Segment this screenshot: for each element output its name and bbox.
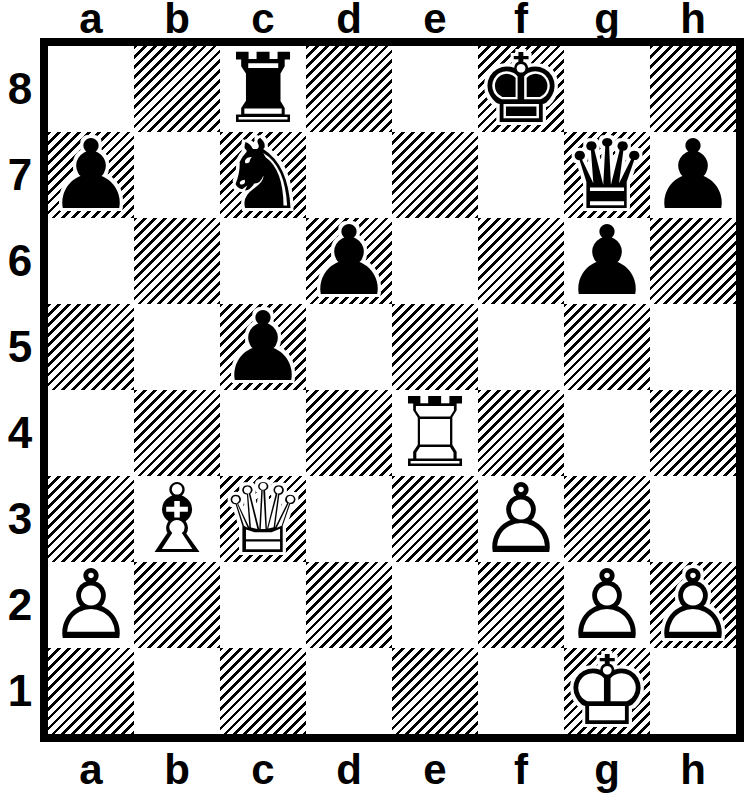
rank-label-5: 5 [0,304,40,390]
rank-label-3: 3 [0,476,40,562]
file-labels-top: abcdefgh [48,0,736,38]
square-g8[interactable] [564,46,650,132]
black-knight: ♞ [220,132,306,218]
square-f7[interactable] [478,132,564,218]
square-e1[interactable] [392,648,478,734]
square-e7[interactable] [392,132,478,218]
square-h8[interactable] [650,46,736,132]
white-pawn: ♙ [564,562,650,648]
rank-label-8: 8 [0,46,40,132]
white-pawn-fill: ♟ [650,562,736,648]
square-e3[interactable] [392,476,478,562]
file-label-bottom-b: b [134,744,220,796]
square-g6[interactable]: ♟♟ [564,218,650,304]
white-bishop-fill: ♝ [134,476,220,562]
black-pawn: ♟ [564,218,650,304]
square-b4[interactable] [134,390,220,476]
square-d3[interactable] [306,476,392,562]
square-a6[interactable] [48,218,134,304]
square-h1[interactable] [650,648,736,734]
square-a1[interactable] [48,648,134,734]
black-king-fill: ♚ [478,46,564,132]
rank-labels-left: 87654321 [0,46,40,734]
file-label-bottom-a: a [48,744,134,796]
square-d5[interactable] [306,304,392,390]
file-label-bottom-g: g [564,744,650,796]
white-pawn: ♙ [48,562,134,648]
black-pawn: ♟ [306,218,392,304]
square-e5[interactable] [392,304,478,390]
file-label-bottom-h: h [650,744,736,796]
square-e8[interactable] [392,46,478,132]
square-f1[interactable] [478,648,564,734]
file-label-top-c: c [220,0,306,38]
white-rook: ♖ [392,390,478,476]
file-label-bottom-d: d [306,744,392,796]
square-h6[interactable] [650,218,736,304]
square-b6[interactable] [134,218,220,304]
square-h3[interactable] [650,476,736,562]
file-label-top-g: g [564,0,650,38]
square-g1[interactable]: ♚♔ [564,648,650,734]
square-b1[interactable] [134,648,220,734]
square-b5[interactable] [134,304,220,390]
black-pawn-fill: ♟ [220,304,306,390]
square-f8[interactable]: ♚♚ [478,46,564,132]
square-f3[interactable]: ♟♙ [478,476,564,562]
white-pawn-fill: ♟ [48,562,134,648]
black-pawn-fill: ♟ [650,132,736,218]
square-h5[interactable] [650,304,736,390]
square-e6[interactable] [392,218,478,304]
square-a5[interactable] [48,304,134,390]
square-c5[interactable]: ♟♟ [220,304,306,390]
black-pawn: ♟ [650,132,736,218]
black-pawn-fill: ♟ [306,218,392,304]
file-label-top-b: b [134,0,220,38]
white-pawn: ♙ [478,476,564,562]
rank-label-1: 1 [0,648,40,734]
white-pawn-fill: ♟ [478,476,564,562]
file-label-bottom-f: f [478,744,564,796]
file-label-top-f: f [478,0,564,38]
white-queen-fill: ♛ [220,476,306,562]
white-king-fill: ♚ [564,648,650,734]
square-c8[interactable]: ♜♜ [220,46,306,132]
square-f2[interactable] [478,562,564,648]
file-labels-bottom: abcdefgh [48,744,736,796]
white-bishop: ♗ [134,476,220,562]
white-pawn-fill: ♟ [564,562,650,648]
square-d1[interactable] [306,648,392,734]
black-queen-fill: ♛ [564,132,650,218]
file-label-top-d: d [306,0,392,38]
square-f4[interactable] [478,390,564,476]
square-d7[interactable] [306,132,392,218]
file-label-top-h: h [650,0,736,38]
square-g3[interactable] [564,476,650,562]
chess-diagram-page: abcdefgh 87654321 ♜♜♚♚♟♟♞♞♛♛♟♟♟♟♟♟♟♟♜♖♝♗… [0,0,754,799]
rank-label-4: 4 [0,390,40,476]
square-e2[interactable] [392,562,478,648]
square-a7[interactable]: ♟♟ [48,132,134,218]
square-a3[interactable] [48,476,134,562]
square-c3[interactable]: ♛♕ [220,476,306,562]
square-d4[interactable] [306,390,392,476]
rank-label-7: 7 [0,132,40,218]
black-rook: ♜ [220,46,306,132]
square-c7[interactable]: ♞♞ [220,132,306,218]
black-knight-fill: ♞ [220,132,306,218]
square-b2[interactable] [134,562,220,648]
square-c4[interactable] [220,390,306,476]
file-label-top-e: e [392,0,478,38]
square-d8[interactable] [306,46,392,132]
white-rook-fill: ♜ [392,390,478,476]
square-b8[interactable] [134,46,220,132]
square-h2[interactable]: ♟♙ [650,562,736,648]
square-g4[interactable] [564,390,650,476]
white-queen: ♕ [220,476,306,562]
black-pawn: ♟ [220,304,306,390]
square-b3[interactable]: ♝♗ [134,476,220,562]
black-queen: ♛ [564,132,650,218]
square-a8[interactable] [48,46,134,132]
square-e4[interactable]: ♜♖ [392,390,478,476]
black-pawn: ♟ [48,132,134,218]
square-d6[interactable]: ♟♟ [306,218,392,304]
black-pawn-fill: ♟ [48,132,134,218]
square-d2[interactable] [306,562,392,648]
square-c1[interactable] [220,648,306,734]
black-pawn-fill: ♟ [564,218,650,304]
square-c6[interactable] [220,218,306,304]
square-g7[interactable]: ♛♛ [564,132,650,218]
black-king: ♚ [478,46,564,132]
rank-label-2: 2 [0,562,40,648]
square-c2[interactable] [220,562,306,648]
black-rook-fill: ♜ [220,46,306,132]
file-label-bottom-e: e [392,744,478,796]
file-label-bottom-c: c [220,744,306,796]
square-f5[interactable] [478,304,564,390]
board: ♜♜♚♚♟♟♞♞♛♛♟♟♟♟♟♟♟♟♜♖♝♗♛♕♟♙♟♙♟♙♟♙♚♔ [40,38,744,742]
file-label-top-a: a [48,0,134,38]
white-king: ♔ [564,648,650,734]
square-a4[interactable] [48,390,134,476]
square-h4[interactable] [650,390,736,476]
rank-label-6: 6 [0,218,40,304]
square-g5[interactable] [564,304,650,390]
square-h7[interactable]: ♟♟ [650,132,736,218]
square-g2[interactable]: ♟♙ [564,562,650,648]
square-a2[interactable]: ♟♙ [48,562,134,648]
white-pawn: ♙ [650,562,736,648]
square-f6[interactable] [478,218,564,304]
square-b7[interactable] [134,132,220,218]
